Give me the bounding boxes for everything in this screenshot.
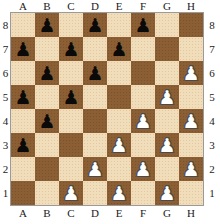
- white-pawn: ♟: [110, 181, 127, 205]
- square-d4[interactable]: [83, 109, 107, 133]
- rank-label-left-3: 3: [0, 133, 11, 157]
- square-b3[interactable]: [35, 133, 59, 157]
- black-pawn: ♟: [14, 85, 31, 109]
- file-label-bottom-h: H: [179, 206, 203, 224]
- square-e5[interactable]: [107, 85, 131, 109]
- file-label-top-b: B: [35, 0, 59, 13]
- square-c3[interactable]: [59, 133, 83, 157]
- rank-label-right-3: 3: [204, 133, 220, 157]
- white-pawn: ♟: [182, 61, 199, 85]
- black-pawn: ♟: [86, 13, 103, 37]
- rank-label-left-4: 4: [0, 109, 11, 133]
- square-g4[interactable]: [155, 109, 179, 133]
- square-f7[interactable]: [131, 37, 155, 61]
- black-pawn: ♟: [62, 85, 79, 109]
- black-pawn: ♟: [62, 37, 79, 61]
- black-pawn: ♟: [86, 61, 103, 85]
- rank-label-right-2: 2: [204, 157, 220, 181]
- square-h3[interactable]: [179, 133, 203, 157]
- file-label-top-e: E: [107, 0, 131, 13]
- square-f2[interactable]: ♟: [131, 157, 155, 181]
- square-f5[interactable]: [131, 85, 155, 109]
- rank-label-right-1: 1: [204, 181, 220, 205]
- white-pawn: ♟: [182, 157, 199, 181]
- file-label-bottom-f: F: [131, 206, 155, 224]
- file-label-bottom-a: A: [11, 206, 35, 224]
- square-b1[interactable]: [35, 181, 59, 205]
- rank-label-left-2: 2: [0, 157, 11, 181]
- square-e1[interactable]: ♟: [107, 181, 131, 205]
- rank-label-right-6: 6: [204, 61, 220, 85]
- square-b6[interactable]: ♟: [35, 61, 59, 85]
- file-label-bottom-c: C: [59, 206, 83, 224]
- square-h5[interactable]: [179, 85, 203, 109]
- square-b8[interactable]: ♟: [35, 13, 59, 37]
- square-a2[interactable]: [11, 157, 35, 181]
- file-label-top-a: A: [11, 0, 35, 13]
- black-pawn: ♟: [134, 13, 151, 37]
- file-label-bottom-d: D: [83, 206, 107, 224]
- square-f6[interactable]: [131, 61, 155, 85]
- square-g6[interactable]: [155, 61, 179, 85]
- square-f4[interactable]: ♟: [131, 109, 155, 133]
- rank-label-right-4: 4: [204, 109, 220, 133]
- rank-label-left-5: 5: [0, 85, 11, 109]
- square-d7[interactable]: [83, 37, 107, 61]
- square-c1[interactable]: ♟: [59, 181, 83, 205]
- rank-label-right-5: 5: [204, 85, 220, 109]
- square-g3[interactable]: ♟: [155, 133, 179, 157]
- square-h1[interactable]: [179, 181, 203, 205]
- square-e7[interactable]: ♟: [107, 37, 131, 61]
- square-b7[interactable]: [35, 37, 59, 61]
- square-c2[interactable]: [59, 157, 83, 181]
- square-c6[interactable]: [59, 61, 83, 85]
- square-f3[interactable]: [131, 133, 155, 157]
- square-d1[interactable]: [83, 181, 107, 205]
- file-label-bottom-g: G: [155, 206, 179, 224]
- square-g8[interactable]: [155, 13, 179, 37]
- file-labels-bottom: ABCDEFGH: [11, 206, 203, 224]
- black-pawn: ♟: [110, 37, 127, 61]
- square-h6[interactable]: ♟: [179, 61, 203, 85]
- white-pawn: ♟: [86, 157, 103, 181]
- square-g5[interactable]: ♟: [155, 85, 179, 109]
- square-e2[interactable]: [107, 157, 131, 181]
- square-g2[interactable]: [155, 157, 179, 181]
- square-a4[interactable]: [11, 109, 35, 133]
- white-pawn: ♟: [134, 157, 151, 181]
- white-pawn: ♟: [158, 181, 175, 205]
- rank-label-left-6: 6: [0, 61, 11, 85]
- board: ♟♟♟♟♟♟♟♟♟♟♟♟♟♟♟♟♟♟♟♟♟♟♟♟: [11, 13, 203, 205]
- rank-label-right-8: 8: [204, 13, 220, 37]
- square-h2[interactable]: ♟: [179, 157, 203, 181]
- black-pawn: ♟: [14, 133, 31, 157]
- black-pawn: ♟: [14, 37, 31, 61]
- square-b5[interactable]: [35, 85, 59, 109]
- square-a7[interactable]: ♟: [11, 37, 35, 61]
- rank-label-left-1: 1: [0, 181, 11, 205]
- square-g7[interactable]: [155, 37, 179, 61]
- square-f1[interactable]: [131, 181, 155, 205]
- square-h8[interactable]: [179, 13, 203, 37]
- white-pawn: ♟: [158, 133, 175, 157]
- square-c7[interactable]: ♟: [59, 37, 83, 61]
- white-pawn: ♟: [110, 133, 127, 157]
- square-g1[interactable]: ♟: [155, 181, 179, 205]
- square-a6[interactable]: [11, 61, 35, 85]
- square-d2[interactable]: ♟: [83, 157, 107, 181]
- file-label-bottom-b: B: [35, 206, 59, 224]
- square-e4[interactable]: [107, 109, 131, 133]
- square-h4[interactable]: ♟: [179, 109, 203, 133]
- white-pawn: ♟: [158, 85, 175, 109]
- file-label-top-h: H: [179, 0, 203, 13]
- square-f8[interactable]: ♟: [131, 13, 155, 37]
- file-label-top-c: C: [59, 0, 83, 13]
- square-e3[interactable]: ♟: [107, 133, 131, 157]
- square-c4[interactable]: [59, 109, 83, 133]
- black-pawn: ♟: [38, 13, 55, 37]
- rank-labels-left: 87654321: [0, 13, 11, 205]
- square-b4[interactable]: ♟: [35, 109, 59, 133]
- square-d5[interactable]: [83, 85, 107, 109]
- square-a3[interactable]: ♟: [11, 133, 35, 157]
- square-a8[interactable]: [11, 13, 35, 37]
- rank-labels-right: 87654321: [204, 13, 220, 205]
- white-pawn: ♟: [62, 181, 79, 205]
- chess-board-diagram: ABCDEFGH 87654321 ♟♟♟♟♟♟♟♟♟♟♟♟♟♟♟♟♟♟♟♟♟♟…: [0, 0, 220, 224]
- rank-label-left-8: 8: [0, 13, 11, 37]
- square-a1[interactable]: [11, 181, 35, 205]
- file-label-bottom-e: E: [107, 206, 131, 224]
- square-h7[interactable]: [179, 37, 203, 61]
- file-label-top-d: D: [83, 0, 107, 13]
- square-c8[interactable]: [59, 13, 83, 37]
- square-d6[interactable]: ♟: [83, 61, 107, 85]
- square-c5[interactable]: ♟: [59, 85, 83, 109]
- square-d3[interactable]: [83, 133, 107, 157]
- file-label-top-g: G: [155, 0, 179, 13]
- black-pawn: ♟: [38, 61, 55, 85]
- white-pawn: ♟: [182, 109, 199, 133]
- file-labels-top: ABCDEFGH: [11, 0, 203, 13]
- rank-label-right-7: 7: [204, 37, 220, 61]
- square-d8[interactable]: ♟: [83, 13, 107, 37]
- square-a5[interactable]: ♟: [11, 85, 35, 109]
- square-b2[interactable]: [35, 157, 59, 181]
- rank-label-left-7: 7: [0, 37, 11, 61]
- black-pawn: ♟: [38, 109, 55, 133]
- white-pawn: ♟: [134, 109, 151, 133]
- file-label-top-f: F: [131, 0, 155, 13]
- square-e8[interactable]: [107, 13, 131, 37]
- square-e6[interactable]: [107, 61, 131, 85]
